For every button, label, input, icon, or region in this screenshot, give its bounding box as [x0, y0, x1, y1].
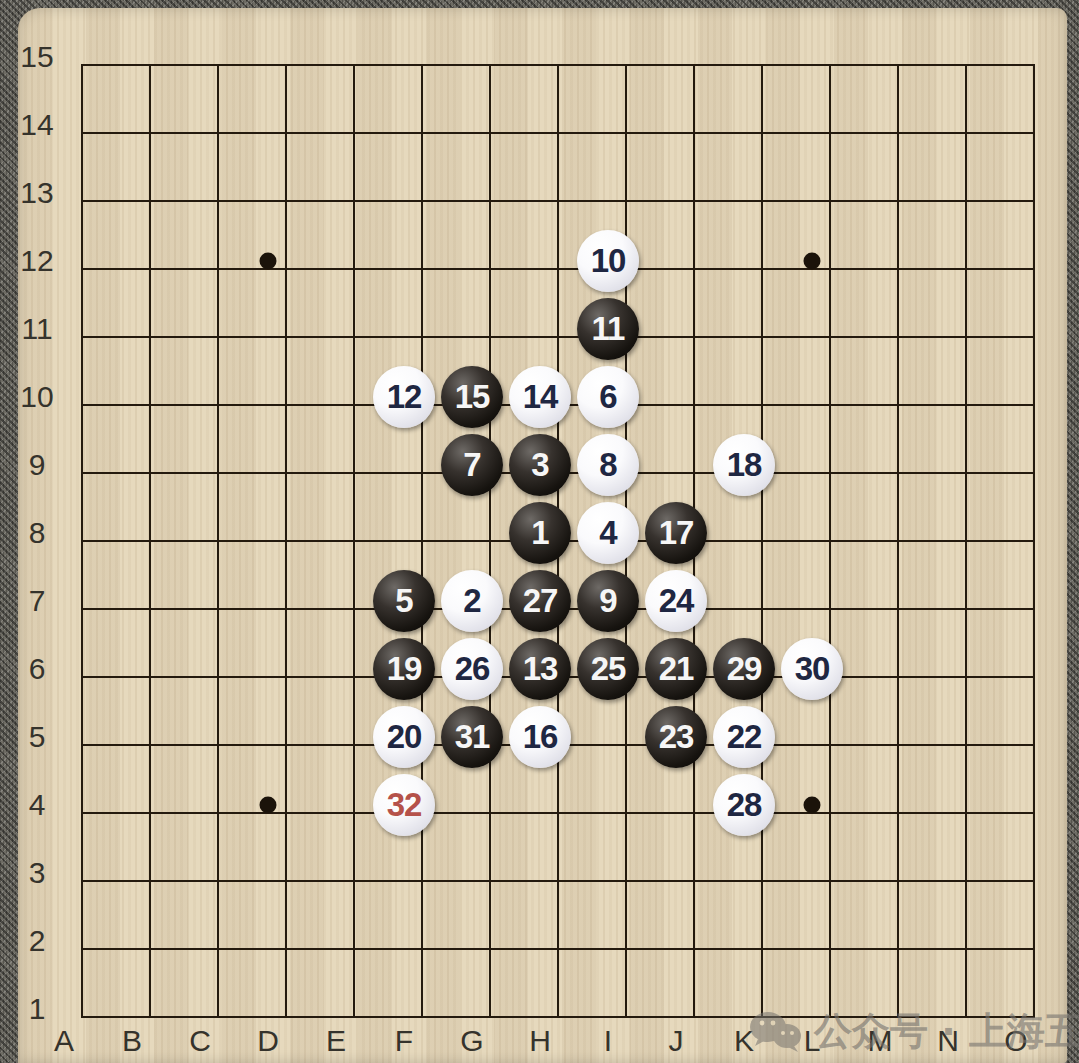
stone-number: 26 [455, 650, 490, 688]
stone-number: 21 [659, 650, 694, 688]
stone-number: 15 [455, 378, 490, 416]
stone-number: 7 [463, 446, 480, 484]
stone-31-G5: 31 [441, 706, 503, 768]
row-label-7: 7 [29, 584, 46, 618]
row-label-12: 12 [20, 244, 53, 278]
star-point-D12 [260, 253, 277, 270]
stone-4-I8: 4 [577, 502, 639, 564]
stone-12-F10: 12 [373, 366, 435, 428]
stone-number: 18 [727, 446, 762, 484]
stone-number: 22 [727, 718, 762, 756]
stone-number: 17 [659, 514, 694, 552]
stone-21-J6: 21 [645, 638, 707, 700]
stone-15-G10: 15 [441, 366, 503, 428]
gomoku-board: 1234567891011121314151617181920212223242… [18, 8, 1067, 1063]
star-point-L12 [804, 253, 821, 270]
stone-number: 3 [531, 446, 548, 484]
column-label-F: F [395, 1024, 413, 1058]
row-label-2: 2 [29, 924, 46, 958]
stone-29-K6: 29 [713, 638, 775, 700]
stone-9-I7: 9 [577, 570, 639, 632]
stone-18-K9: 18 [713, 434, 775, 496]
stone-number: 14 [523, 378, 558, 416]
row-label-1: 1 [29, 992, 46, 1026]
stone-number: 11 [592, 310, 625, 348]
stone-number: 2 [463, 582, 480, 620]
stone-16-H5: 16 [509, 706, 571, 768]
stone-number: 24 [659, 582, 694, 620]
stone-number: 19 [387, 650, 422, 688]
stone-32-F4: 32 [373, 774, 435, 836]
stone-6-I10: 6 [577, 366, 639, 428]
stone-number: 16 [523, 718, 558, 756]
stone-number: 8 [599, 446, 616, 484]
star-point-L4 [804, 797, 821, 814]
wechat-icon [746, 1009, 804, 1055]
stone-number: 1 [531, 514, 548, 552]
stone-number: 10 [591, 242, 626, 280]
stone-2-G7: 2 [441, 570, 503, 632]
row-label-13: 13 [20, 176, 53, 210]
stone-number: 25 [591, 650, 626, 688]
row-label-8: 8 [29, 516, 46, 550]
stone-23-J5: 23 [645, 706, 707, 768]
row-label-3: 3 [29, 856, 46, 890]
stone-number: 30 [795, 650, 830, 688]
stone-number: 9 [599, 582, 616, 620]
column-label-J: J [669, 1024, 684, 1058]
column-label-G: G [460, 1024, 483, 1058]
column-label-E: E [326, 1024, 346, 1058]
stone-number: 13 [523, 650, 558, 688]
stone-number: 31 [455, 718, 490, 756]
stone-25-I6: 25 [577, 638, 639, 700]
watermark: 公众号 · 上海五子棋 [746, 1006, 1079, 1057]
watermark-text: 公众号 · 上海五子棋 [814, 1006, 1079, 1057]
stone-number: 27 [523, 582, 558, 620]
row-label-14: 14 [20, 108, 53, 142]
column-label-C: C [189, 1024, 211, 1058]
stone-26-G6: 26 [441, 638, 503, 700]
stone-1-H8: 1 [509, 502, 571, 564]
stone-3-H9: 3 [509, 434, 571, 496]
star-point-D4 [260, 797, 277, 814]
row-label-11: 11 [21, 312, 52, 346]
stone-number: 6 [599, 378, 616, 416]
stone-20-F5: 20 [373, 706, 435, 768]
stone-number: 4 [599, 514, 616, 552]
stone-11-I11: 11 [577, 298, 639, 360]
stone-24-J7: 24 [645, 570, 707, 632]
row-label-15: 15 [20, 40, 53, 74]
row-label-6: 6 [29, 652, 46, 686]
column-label-A: A [54, 1024, 74, 1058]
stone-number: 20 [387, 718, 422, 756]
column-label-I: I [604, 1024, 612, 1058]
stone-30-L6: 30 [781, 638, 843, 700]
stone-19-F6: 19 [373, 638, 435, 700]
row-label-5: 5 [29, 720, 46, 754]
column-label-H: H [529, 1024, 551, 1058]
stone-number: 28 [727, 786, 762, 824]
granite-frame: 1234567891011121314151617181920212223242… [0, 0, 1079, 1063]
stone-17-J8: 17 [645, 502, 707, 564]
stone-14-H10: 14 [509, 366, 571, 428]
column-label-B: B [122, 1024, 142, 1058]
stone-5-F7: 5 [373, 570, 435, 632]
column-label-D: D [257, 1024, 279, 1058]
stone-7-G9: 7 [441, 434, 503, 496]
row-label-9: 9 [29, 448, 46, 482]
stone-10-I12: 10 [577, 230, 639, 292]
stone-number: 32 [387, 786, 422, 824]
stone-13-H6: 13 [509, 638, 571, 700]
stone-22-K5: 22 [713, 706, 775, 768]
stone-28-K4: 28 [713, 774, 775, 836]
stone-number: 23 [659, 718, 694, 756]
stone-number: 5 [395, 582, 412, 620]
stone-8-I9: 8 [577, 434, 639, 496]
row-label-4: 4 [29, 788, 46, 822]
stone-number: 12 [387, 378, 422, 416]
stone-number: 29 [727, 650, 762, 688]
stone-27-H7: 27 [509, 570, 571, 632]
row-label-10: 10 [20, 380, 53, 414]
